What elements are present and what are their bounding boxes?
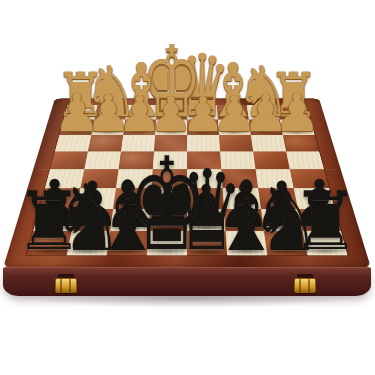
chess-set-photo: ♜♞♝♛♚♝♞♜♟♟♟♟♟♟♟♟♟♟♟♟♟♟♟♟♜♞♝♛♚♝♞♜ (0, 0, 375, 375)
piece-black-rook-h8[interactable]: ♜ (15, 182, 84, 263)
piece-white-pawn-h2[interactable]: ♟ (53, 87, 100, 140)
brass-hinge-left (55, 278, 77, 293)
pieces-layer: ♜♞♝♛♚♝♞♜♟♟♟♟♟♟♟♟♟♟♟♟♟♟♟♟♜♞♝♛♚♝♞♜ (0, 0, 375, 375)
brass-hinge-right (294, 278, 316, 293)
